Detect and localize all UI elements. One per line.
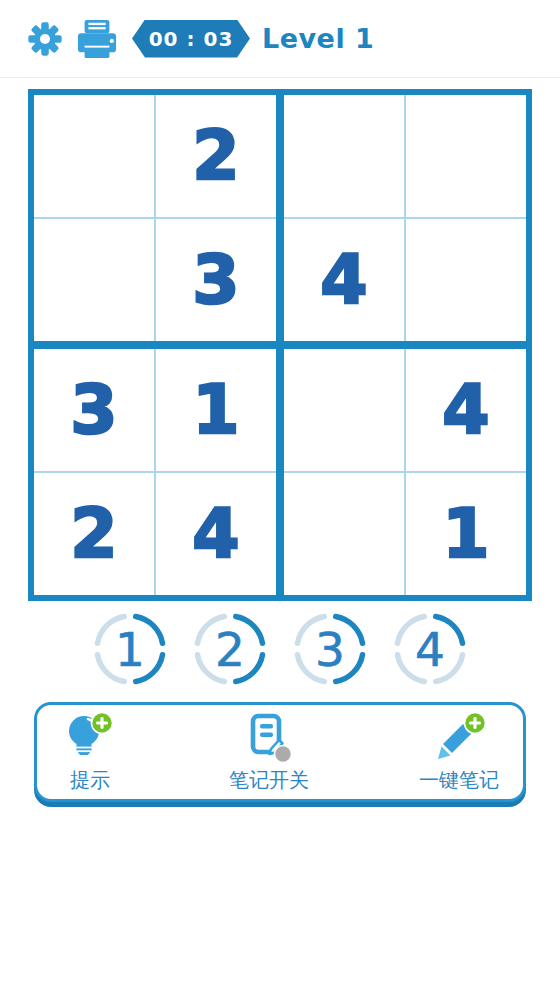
given-digit: 4: [442, 376, 489, 444]
given-digit: 1: [442, 500, 489, 568]
board-box: 4: [284, 95, 526, 341]
pad-digit: 3: [291, 610, 369, 688]
notepad-icon: [241, 710, 297, 766]
given-digit: 4: [192, 500, 239, 568]
board-cell-r1c3[interactable]: [284, 95, 404, 217]
board-box: 3124: [34, 349, 276, 595]
lightbulb-icon: [61, 710, 119, 766]
board-cell-r2c4[interactable]: [406, 219, 526, 341]
auto-notes-label: 一键笔记: [419, 767, 499, 794]
bottom-toolbar: 提示 笔记开关 一键笔记: [34, 702, 526, 802]
board-cell-r3c4[interactable]: 4: [406, 349, 526, 471]
number-pad: 1 2 3 4: [0, 610, 560, 688]
board-cell-r1c2[interactable]: 2: [156, 95, 276, 217]
board-cell-r3c3[interactable]: [284, 349, 404, 471]
given-digit: 4: [320, 246, 367, 314]
given-digit: 1: [192, 376, 239, 444]
notes-toggle-button[interactable]: 笔记开关: [229, 710, 309, 794]
board-cell-r2c3[interactable]: 4: [284, 219, 404, 341]
board-cell-r1c4[interactable]: [406, 95, 526, 217]
board-cell-r2c2[interactable]: 3: [156, 219, 276, 341]
notes-toggle-label: 笔记开关: [229, 767, 309, 794]
number-button-2[interactable]: 2: [191, 610, 269, 688]
given-digit: 2: [70, 500, 117, 568]
sudoku-board: 234312441: [28, 89, 532, 601]
board-cell-r4c4[interactable]: 1: [406, 473, 526, 595]
pad-digit: 4: [391, 610, 469, 688]
given-digit: 2: [192, 122, 239, 190]
board-cell-r3c1[interactable]: 3: [34, 349, 154, 471]
pad-digit: 1: [91, 610, 169, 688]
printer-icon[interactable]: [74, 18, 120, 60]
board-cell-r1c1[interactable]: [34, 95, 154, 217]
header: 00 : 03 Level 1: [0, 0, 560, 78]
board-cell-r2c1[interactable]: [34, 219, 154, 341]
gear-icon[interactable]: [25, 19, 65, 59]
hint-label: 提示: [70, 767, 110, 794]
auto-notes-button[interactable]: 一键笔记: [419, 710, 499, 794]
pencil-icon: [430, 710, 488, 766]
number-button-4[interactable]: 4: [391, 610, 469, 688]
hint-button[interactable]: 提示: [61, 710, 119, 794]
board-cell-r4c3[interactable]: [284, 473, 404, 595]
board-cell-r3c2[interactable]: 1: [156, 349, 276, 471]
pad-digit: 2: [191, 610, 269, 688]
number-button-3[interactable]: 3: [291, 610, 369, 688]
board-box: 41: [284, 349, 526, 595]
timer-badge: 00 : 03: [132, 20, 250, 58]
given-digit: 3: [192, 246, 239, 314]
board-cell-r4c2[interactable]: 4: [156, 473, 276, 595]
board-cell-r4c1[interactable]: 2: [34, 473, 154, 595]
level-label: Level 1: [262, 23, 374, 54]
board-box: 23: [34, 95, 276, 341]
number-button-1[interactable]: 1: [91, 610, 169, 688]
timer-value: 00 : 03: [149, 27, 234, 51]
given-digit: 3: [70, 376, 117, 444]
